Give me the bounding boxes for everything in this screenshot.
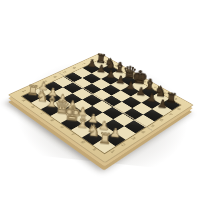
chess-set-photo: abcdefgh abcdefgh 87654321 87654321 ♜♞♝♛…	[0, 0, 202, 202]
perspective-container: abcdefgh abcdefgh 87654321 87654321 ♜♞♝♛…	[29, 27, 174, 172]
board-grid: ♜♞♝♛♚♝♞♜♟♟♟♟♟♟♟♟♟♟♟♟♟♟♟♟♜♞♝♛♚♝♞♜	[22, 60, 180, 153]
board-tilt-wrapper: abcdefgh abcdefgh 87654321 87654321 ♜♞♝♛…	[29, 27, 174, 172]
